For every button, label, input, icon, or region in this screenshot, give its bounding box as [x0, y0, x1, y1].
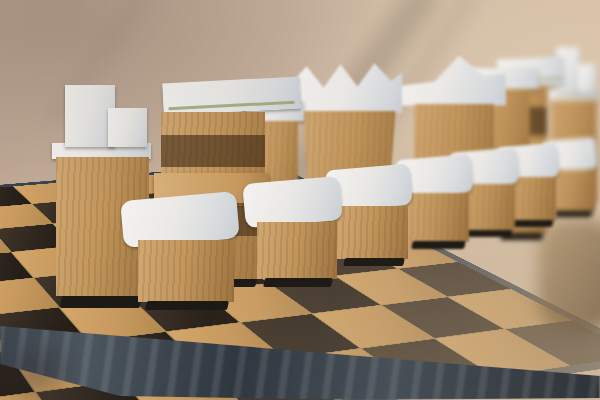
piece-body	[337, 206, 407, 259]
piece-cap	[296, 60, 402, 113]
piece-cap	[242, 176, 342, 228]
piece-base	[263, 278, 333, 287]
piece-cap	[108, 108, 147, 147]
piece-cap	[577, 64, 596, 93]
pieces-layer: ♖♘♗♕♔♗♘♖♙♙♙♙♙♙♙	[0, 0, 600, 400]
piece-white-pawn-a2[interactable]: ♙	[122, 192, 242, 310]
piece-body	[406, 193, 468, 242]
piece-cap	[162, 77, 300, 116]
piece-cap	[120, 191, 240, 248]
piece-base	[145, 301, 229, 310]
piece-base	[343, 258, 405, 266]
piece-body	[257, 222, 337, 279]
piece-white-pawn-b2[interactable]: ♙	[244, 177, 344, 287]
piece-cap	[394, 56, 506, 106]
piece-body	[138, 240, 234, 301]
photo-stage: ♖♘♗♕♔♗♘♖♙♙♙♙♙♙♙	[0, 0, 600, 400]
piece-base	[411, 241, 466, 249]
